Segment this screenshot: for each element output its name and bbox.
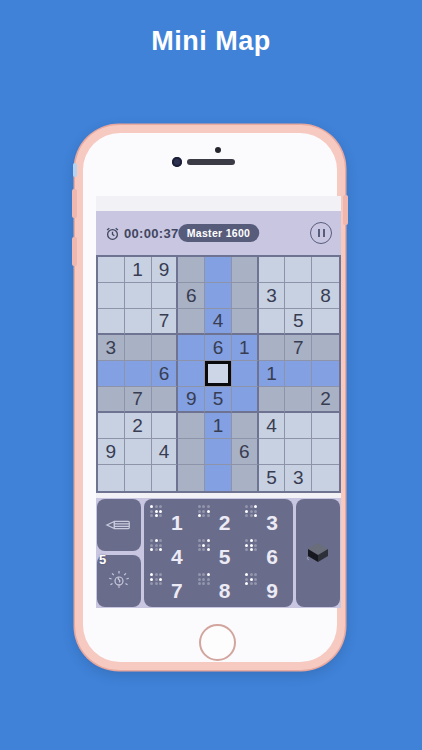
- cell-r7c4[interactable]: [178, 413, 205, 439]
- cell-r2c4[interactable]: 6: [178, 283, 205, 309]
- cell-r2c3[interactable]: [152, 283, 179, 309]
- cell-r1c4[interactable]: [178, 257, 205, 283]
- cell-r5c4[interactable]: [178, 361, 205, 387]
- status-bar: [96, 196, 341, 212]
- hint-count: 5: [99, 552, 106, 567]
- cell-r3c9[interactable]: [312, 309, 339, 335]
- key-digit-8[interactable]: 8: [195, 570, 243, 604]
- key-digit-3[interactable]: 3: [242, 502, 290, 536]
- volume-down-button: [72, 237, 77, 266]
- cell-r3c4[interactable]: [178, 309, 205, 335]
- cell-r4c7[interactable]: [259, 335, 286, 361]
- cell-r3c1[interactable]: [98, 309, 125, 335]
- digit-1-minimap: [150, 505, 162, 517]
- timer-text: 00:00:37: [124, 226, 178, 241]
- eraser-button[interactable]: [296, 499, 340, 607]
- digit-5-minimap: [198, 539, 210, 551]
- cell-r5c5[interactable]: [205, 361, 232, 387]
- cell-r5c1[interactable]: [98, 361, 125, 387]
- key-digit-1[interactable]: 1: [147, 502, 195, 536]
- cell-r5c6[interactable]: [232, 361, 259, 387]
- key-digit-7[interactable]: 7: [147, 570, 195, 604]
- timer-group: 00:00:37: [105, 226, 178, 241]
- cell-r2c7[interactable]: 3: [259, 283, 286, 309]
- phone-frame: 00:00:37 Master 1600 1963874536176179522…: [75, 125, 345, 670]
- cell-r9c3[interactable]: [152, 465, 179, 491]
- key-digit-9[interactable]: 9: [242, 570, 290, 604]
- cell-r1c7[interactable]: [259, 257, 286, 283]
- earpiece-speaker: [187, 159, 235, 165]
- cell-r4c1[interactable]: 3: [98, 335, 125, 361]
- cell-r2c6[interactable]: [232, 283, 259, 309]
- digit-2-minimap: [198, 505, 210, 517]
- cell-r8c6[interactable]: 6: [232, 439, 259, 465]
- cell-r9c4[interactable]: [178, 465, 205, 491]
- page-title: Mini Map: [0, 26, 422, 57]
- cell-r7c1[interactable]: [98, 413, 125, 439]
- cell-r4c6[interactable]: 1: [232, 335, 259, 361]
- app-screen: 00:00:37 Master 1600 1963874536176179522…: [96, 196, 341, 608]
- cell-r7c5[interactable]: 1: [205, 413, 232, 439]
- cell-r3c5[interactable]: 4: [205, 309, 232, 335]
- cell-r4c5[interactable]: 6: [205, 335, 232, 361]
- key-digit-2[interactable]: 2: [195, 502, 243, 536]
- cell-r8c4[interactable]: [178, 439, 205, 465]
- cell-r1c3[interactable]: 9: [152, 257, 179, 283]
- hint-bulb-icon: [106, 568, 132, 594]
- digit-3-minimap: [245, 505, 257, 517]
- board: 19638745361761795221494653: [96, 255, 341, 493]
- cell-r9c8[interactable]: 3: [285, 465, 312, 491]
- cell-r5c8[interactable]: [285, 361, 312, 387]
- cell-r8c3[interactable]: 4: [152, 439, 179, 465]
- cell-r1c5[interactable]: [205, 257, 232, 283]
- key-digit-4[interactable]: 4: [147, 536, 195, 570]
- cell-r8c1[interactable]: 9: [98, 439, 125, 465]
- digit-8-minimap: [198, 573, 210, 585]
- cell-r4c3[interactable]: [152, 335, 179, 361]
- cell-r5c7[interactable]: 1: [259, 361, 286, 387]
- cell-r6c5[interactable]: 5: [205, 387, 232, 413]
- number-pad: 123456789: [144, 499, 293, 607]
- cell-r2c8[interactable]: [285, 283, 312, 309]
- cell-r3c6[interactable]: [232, 309, 259, 335]
- pencil-button[interactable]: [97, 499, 141, 551]
- cell-r7c8[interactable]: [285, 413, 312, 439]
- cell-r5c2[interactable]: [125, 361, 152, 387]
- cell-r7c7[interactable]: 4: [259, 413, 286, 439]
- cell-r2c5[interactable]: [205, 283, 232, 309]
- power-button: [343, 195, 348, 225]
- cell-r9c2[interactable]: [125, 465, 152, 491]
- cell-r8c8[interactable]: [285, 439, 312, 465]
- cell-r3c2[interactable]: [125, 309, 152, 335]
- cell-r4c2[interactable]: [125, 335, 152, 361]
- cell-r3c8[interactable]: 5: [285, 309, 312, 335]
- front-camera: [172, 157, 182, 167]
- cell-r7c9[interactable]: [312, 413, 339, 439]
- cell-r4c8[interactable]: 7: [285, 335, 312, 361]
- cell-r3c7[interactable]: [259, 309, 286, 335]
- cell-r2c2[interactable]: [125, 283, 152, 309]
- cell-r1c1[interactable]: [98, 257, 125, 283]
- cell-r9c6[interactable]: [232, 465, 259, 491]
- cell-r1c2[interactable]: 1: [125, 257, 152, 283]
- cell-r6c3[interactable]: [152, 387, 179, 413]
- key-digit-6[interactable]: 6: [242, 536, 290, 570]
- app-header: 00:00:37 Master 1600: [96, 211, 341, 255]
- cell-r3c3[interactable]: 7: [152, 309, 179, 335]
- cell-r6c9[interactable]: 2: [312, 387, 339, 413]
- digit-9-minimap: [245, 573, 257, 585]
- cell-r4c9[interactable]: [312, 335, 339, 361]
- cell-r8c9[interactable]: [312, 439, 339, 465]
- difficulty-badge: Master 1600: [178, 224, 259, 242]
- digit-6-minimap: [245, 539, 257, 551]
- cell-r9c1[interactable]: [98, 465, 125, 491]
- cell-r6c8[interactable]: [285, 387, 312, 413]
- cell-r6c2[interactable]: 7: [125, 387, 152, 413]
- cell-r1c9[interactable]: [312, 257, 339, 283]
- cell-r6c4[interactable]: 9: [178, 387, 205, 413]
- home-button: [199, 624, 236, 661]
- cell-r6c7[interactable]: [259, 387, 286, 413]
- cell-r9c5[interactable]: [205, 465, 232, 491]
- alarm-clock-icon: [105, 226, 120, 241]
- cell-r8c2[interactable]: [125, 439, 152, 465]
- proximity-sensor-dot: [215, 147, 221, 153]
- cell-r4c4[interactable]: [178, 335, 205, 361]
- cell-r8c5[interactable]: [205, 439, 232, 465]
- cell-r7c6[interactable]: [232, 413, 259, 439]
- cell-r9c7[interactable]: 5: [259, 465, 286, 491]
- volume-up-button: [72, 189, 77, 218]
- cell-r1c6[interactable]: [232, 257, 259, 283]
- cell-r5c3[interactable]: 6: [152, 361, 179, 387]
- cell-r5c9[interactable]: [312, 361, 339, 387]
- digit-4-minimap: [150, 539, 162, 551]
- cell-r2c1[interactable]: [98, 283, 125, 309]
- cell-r7c2[interactable]: 2: [125, 413, 152, 439]
- cell-r6c1[interactable]: [98, 387, 125, 413]
- cell-r1c8[interactable]: [285, 257, 312, 283]
- cell-r2c9[interactable]: 8: [312, 283, 339, 309]
- pencil-icon: [105, 518, 133, 532]
- cell-r6c6[interactable]: [232, 387, 259, 413]
- cell-r9c9[interactable]: [312, 465, 339, 491]
- keypad: 5 123456789: [96, 498, 341, 608]
- pause-button[interactable]: [310, 222, 332, 244]
- eraser-icon: [302, 537, 334, 569]
- mute-switch: [73, 163, 77, 177]
- digit-7-minimap: [150, 573, 162, 585]
- key-digit-5[interactable]: 5: [195, 536, 243, 570]
- cell-r8c7[interactable]: [259, 439, 286, 465]
- cell-r7c3[interactable]: [152, 413, 179, 439]
- phone-face: 00:00:37 Master 1600 1963874536176179522…: [83, 133, 337, 662]
